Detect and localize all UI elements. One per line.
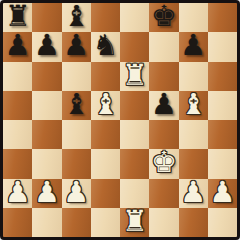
square-a1[interactable] xyxy=(3,208,32,237)
square-g5[interactable]: ♝ xyxy=(179,91,208,120)
square-f5[interactable]: ♟ xyxy=(149,91,178,120)
black-king: ♚ xyxy=(151,2,177,31)
square-b5[interactable] xyxy=(32,91,61,120)
square-h5[interactable] xyxy=(208,91,237,120)
square-d3[interactable] xyxy=(91,149,120,178)
white-bishop: ♝ xyxy=(180,90,206,119)
white-pawn: ♟ xyxy=(63,178,89,207)
square-e4[interactable] xyxy=(120,120,149,149)
square-h4[interactable] xyxy=(208,120,237,149)
square-f4[interactable] xyxy=(149,120,178,149)
black-pawn: ♟ xyxy=(34,31,60,60)
white-pawn: ♟ xyxy=(5,178,31,207)
square-g7[interactable]: ♟ xyxy=(179,32,208,61)
black-pawn: ♟ xyxy=(151,90,177,119)
square-d4[interactable] xyxy=(91,120,120,149)
square-a4[interactable] xyxy=(3,120,32,149)
square-c6[interactable] xyxy=(62,62,91,91)
square-d1[interactable] xyxy=(91,208,120,237)
white-bishop: ♝ xyxy=(92,90,118,119)
square-h1[interactable] xyxy=(208,208,237,237)
square-h3[interactable] xyxy=(208,149,237,178)
square-e3[interactable] xyxy=(120,149,149,178)
white-pawn: ♟ xyxy=(209,178,235,207)
white-rook: ♜ xyxy=(122,207,148,236)
white-king: ♚ xyxy=(151,148,177,177)
square-f7[interactable] xyxy=(149,32,178,61)
square-b7[interactable]: ♟ xyxy=(32,32,61,61)
square-d8[interactable] xyxy=(91,3,120,32)
square-g4[interactable] xyxy=(179,120,208,149)
square-d7[interactable]: ♞ xyxy=(91,32,120,61)
square-g8[interactable] xyxy=(179,3,208,32)
square-e8[interactable] xyxy=(120,3,149,32)
black-pawn: ♟ xyxy=(63,31,89,60)
square-c4[interactable] xyxy=(62,120,91,149)
square-b3[interactable] xyxy=(32,149,61,178)
square-g3[interactable] xyxy=(179,149,208,178)
square-d6[interactable] xyxy=(91,62,120,91)
chess-board: ♜♝♚♟♟♟♞♟♜♝♝♟♝♚♟♟♟♟♟♜ xyxy=(3,3,237,237)
black-bishop: ♝ xyxy=(63,2,89,31)
square-e7[interactable] xyxy=(120,32,149,61)
square-d5[interactable]: ♝ xyxy=(91,91,120,120)
square-b6[interactable] xyxy=(32,62,61,91)
black-rook: ♜ xyxy=(5,2,31,31)
square-c8[interactable]: ♝ xyxy=(62,3,91,32)
white-pawn: ♟ xyxy=(34,178,60,207)
square-c2[interactable]: ♟ xyxy=(62,179,91,208)
square-c7[interactable]: ♟ xyxy=(62,32,91,61)
black-knight: ♞ xyxy=(92,31,118,60)
square-h2[interactable]: ♟ xyxy=(208,179,237,208)
square-f2[interactable] xyxy=(149,179,178,208)
square-a7[interactable]: ♟ xyxy=(3,32,32,61)
square-a8[interactable]: ♜ xyxy=(3,3,32,32)
square-b1[interactable] xyxy=(32,208,61,237)
square-g1[interactable] xyxy=(179,208,208,237)
square-g2[interactable]: ♟ xyxy=(179,179,208,208)
square-f3[interactable]: ♚ xyxy=(149,149,178,178)
square-f8[interactable]: ♚ xyxy=(149,3,178,32)
white-pawn: ♟ xyxy=(180,178,206,207)
square-b2[interactable]: ♟ xyxy=(32,179,61,208)
square-e2[interactable] xyxy=(120,179,149,208)
black-pawn: ♟ xyxy=(180,31,206,60)
square-e5[interactable] xyxy=(120,91,149,120)
square-a2[interactable]: ♟ xyxy=(3,179,32,208)
chess-board-frame: ♜♝♚♟♟♟♞♟♜♝♝♟♝♚♟♟♟♟♟♜ xyxy=(0,0,240,240)
square-f6[interactable] xyxy=(149,62,178,91)
square-c5[interactable]: ♝ xyxy=(62,91,91,120)
square-f1[interactable] xyxy=(149,208,178,237)
square-b8[interactable] xyxy=(32,3,61,32)
square-b4[interactable] xyxy=(32,120,61,149)
square-e1[interactable]: ♜ xyxy=(120,208,149,237)
square-h6[interactable] xyxy=(208,62,237,91)
square-h7[interactable] xyxy=(208,32,237,61)
black-bishop: ♝ xyxy=(63,90,89,119)
white-rook: ♜ xyxy=(122,61,148,90)
square-c1[interactable] xyxy=(62,208,91,237)
square-a6[interactable] xyxy=(3,62,32,91)
square-e6[interactable]: ♜ xyxy=(120,62,149,91)
square-a3[interactable] xyxy=(3,149,32,178)
square-a5[interactable] xyxy=(3,91,32,120)
square-d2[interactable] xyxy=(91,179,120,208)
square-c3[interactable] xyxy=(62,149,91,178)
square-h8[interactable] xyxy=(208,3,237,32)
black-pawn: ♟ xyxy=(5,31,31,60)
square-g6[interactable] xyxy=(179,62,208,91)
